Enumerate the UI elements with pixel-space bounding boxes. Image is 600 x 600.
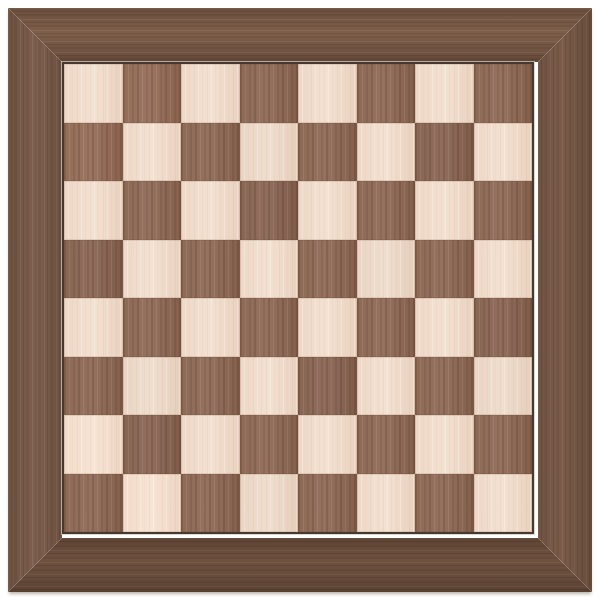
square-g1: [415, 474, 474, 533]
square-b4: [123, 298, 182, 357]
square-f1: [357, 474, 416, 533]
square-b7: [123, 123, 182, 182]
square-a6: [64, 181, 123, 240]
square-c5: [181, 240, 240, 299]
square-a5: [64, 240, 123, 299]
square-e1: [298, 474, 357, 533]
square-g5: [415, 240, 474, 299]
square-c4: [181, 298, 240, 357]
square-a7: [64, 123, 123, 182]
square-d1: [240, 474, 299, 533]
square-a8: [64, 64, 123, 123]
square-b3: [123, 357, 182, 416]
square-a1: [64, 474, 123, 533]
square-a2: [64, 415, 123, 474]
square-b8: [123, 64, 182, 123]
square-h4: [474, 298, 533, 357]
square-h6: [474, 181, 533, 240]
chess-board: [8, 8, 592, 592]
square-c7: [181, 123, 240, 182]
square-d5: [240, 240, 299, 299]
board-frame-top: [8, 8, 592, 62]
square-f2: [357, 415, 416, 474]
square-c6: [181, 181, 240, 240]
square-b6: [123, 181, 182, 240]
square-b5: [123, 240, 182, 299]
square-h1: [474, 474, 533, 533]
board-frame-right: [538, 8, 592, 592]
square-g7: [415, 123, 474, 182]
square-b1: [123, 474, 182, 533]
square-a4: [64, 298, 123, 357]
square-e6: [298, 181, 357, 240]
square-f3: [357, 357, 416, 416]
square-a3: [64, 357, 123, 416]
photo-background: [0, 0, 600, 600]
square-e2: [298, 415, 357, 474]
square-f4: [357, 298, 416, 357]
square-g8: [415, 64, 474, 123]
square-h3: [474, 357, 533, 416]
square-e7: [298, 123, 357, 182]
square-f7: [357, 123, 416, 182]
square-c8: [181, 64, 240, 123]
square-e3: [298, 357, 357, 416]
square-h5: [474, 240, 533, 299]
square-c2: [181, 415, 240, 474]
square-e8: [298, 64, 357, 123]
square-g6: [415, 181, 474, 240]
playing-area: [62, 62, 534, 534]
squares-grid: [64, 64, 532, 532]
square-g2: [415, 415, 474, 474]
square-g3: [415, 357, 474, 416]
square-g4: [415, 298, 474, 357]
board-frame-bottom: [8, 538, 592, 592]
square-d6: [240, 181, 299, 240]
board-frame-left: [8, 8, 62, 592]
square-c1: [181, 474, 240, 533]
square-c3: [181, 357, 240, 416]
square-d7: [240, 123, 299, 182]
square-h7: [474, 123, 533, 182]
square-d8: [240, 64, 299, 123]
square-d4: [240, 298, 299, 357]
square-d3: [240, 357, 299, 416]
square-h8: [474, 64, 533, 123]
square-e5: [298, 240, 357, 299]
square-h2: [474, 415, 533, 474]
square-d2: [240, 415, 299, 474]
square-f8: [357, 64, 416, 123]
square-f6: [357, 181, 416, 240]
square-b2: [123, 415, 182, 474]
square-e4: [298, 298, 357, 357]
square-f5: [357, 240, 416, 299]
